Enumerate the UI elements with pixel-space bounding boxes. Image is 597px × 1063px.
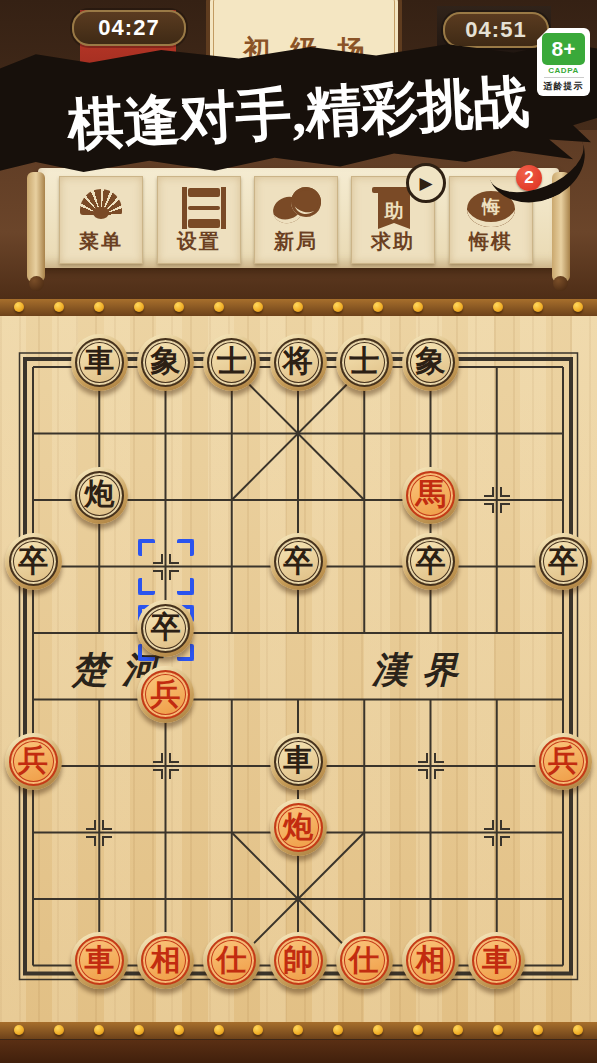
piece-black-elephant[interactable]: 象 <box>137 334 194 391</box>
stud <box>573 302 583 312</box>
piece-red-advisor[interactable]: 仕 <box>336 932 393 989</box>
piece-glyph: 卒 <box>18 546 48 576</box>
scroll-roller-left <box>27 172 45 282</box>
piece-red-elephant[interactable]: 相 <box>402 932 459 989</box>
piece-glyph: 炮 <box>84 479 114 509</box>
settings-button[interactable]: 设置 <box>157 176 241 264</box>
stud <box>253 302 263 312</box>
stone-icon-char: 悔 <box>482 195 500 219</box>
piece-black-king[interactable]: 将 <box>270 334 327 391</box>
piece-black-elephant[interactable]: 象 <box>402 334 459 391</box>
stud <box>533 1025 543 1035</box>
footer-background <box>0 1040 597 1063</box>
stud <box>214 302 224 312</box>
stud <box>413 1025 423 1035</box>
new-game-button-label: 新局 <box>274 228 318 255</box>
point-marker <box>484 820 510 846</box>
stud <box>134 302 144 312</box>
undo-button-label: 悔棋 <box>469 228 513 255</box>
stud <box>174 302 184 312</box>
age-rating-note: 适龄提示 <box>544 77 584 93</box>
stud <box>373 302 383 312</box>
stud <box>54 1025 64 1035</box>
piece-glyph: 仕 <box>349 945 379 975</box>
piece-red-cannon[interactable]: 炮 <box>270 799 327 856</box>
stud <box>174 1025 184 1035</box>
board-area[interactable]: 楚河 漢界 車象士将士象炮馬卒卒卒卒卒兵兵車兵炮車相仕帥仕相車 <box>0 316 597 1022</box>
piece-red-pawn[interactable]: 兵 <box>5 733 62 790</box>
piece-glyph: 卒 <box>548 546 578 576</box>
stud <box>453 1025 463 1035</box>
fan-icon <box>74 185 128 228</box>
red-timer: 04:51 <box>443 12 549 48</box>
last-move-highlight <box>138 539 194 595</box>
piece-glyph: 仕 <box>217 945 247 975</box>
piece-glyph: 車 <box>84 945 114 975</box>
flag-icon-char: 助 <box>385 198 404 224</box>
settings-button-label: 设置 <box>177 228 221 255</box>
piece-black-advisor[interactable]: 士 <box>336 334 393 391</box>
piece-glyph: 象 <box>151 346 181 376</box>
point-marker <box>484 487 510 513</box>
stud <box>253 1025 263 1035</box>
hint-button-label: 求助 <box>371 228 415 255</box>
piece-glyph: 馬 <box>416 479 446 509</box>
piece-glyph: 卒 <box>151 612 181 642</box>
piece-black-advisor[interactable]: 士 <box>203 334 260 391</box>
stud <box>493 302 503 312</box>
piece-red-king[interactable]: 帥 <box>270 932 327 989</box>
stud <box>533 302 543 312</box>
piece-red-chariot[interactable]: 車 <box>71 932 128 989</box>
age-rating-org: CADPA <box>548 66 578 75</box>
bottom-stud-strip <box>0 1022 597 1039</box>
stud <box>14 302 24 312</box>
piece-glyph: 相 <box>151 945 181 975</box>
point-marker <box>153 753 179 779</box>
piece-red-elephant[interactable]: 相 <box>137 932 194 989</box>
age-rating-value: 8+ <box>542 33 585 65</box>
piece-glyph: 車 <box>283 745 313 775</box>
piece-black-chariot[interactable]: 車 <box>270 733 327 790</box>
scroll-icon <box>172 185 226 228</box>
piece-glyph: 卒 <box>416 546 446 576</box>
piece-glyph: 士 <box>349 346 379 376</box>
stud <box>94 1025 104 1035</box>
stud <box>333 1025 343 1035</box>
piece-red-horse[interactable]: 馬 <box>402 467 459 524</box>
piece-glyph: 兵 <box>151 679 181 709</box>
river-label-right: 漢界 <box>372 646 472 695</box>
stud <box>333 302 343 312</box>
stud <box>573 1025 583 1035</box>
piece-glyph: 炮 <box>283 812 313 842</box>
pieces-icon <box>269 185 323 228</box>
piece-glyph: 相 <box>416 945 446 975</box>
piece-glyph: 卒 <box>283 546 313 576</box>
piece-glyph: 士 <box>217 346 247 376</box>
stud <box>493 1025 503 1035</box>
stud <box>413 302 423 312</box>
piece-red-advisor[interactable]: 仕 <box>203 932 260 989</box>
stud <box>14 1025 24 1035</box>
piece-glyph: 象 <box>416 346 446 376</box>
menu-button[interactable]: 菜单 <box>59 176 143 264</box>
piece-glyph: 帥 <box>283 945 313 975</box>
stud <box>293 1025 303 1035</box>
new-game-button[interactable]: 新局 <box>254 176 338 264</box>
piece-black-pawn[interactable]: 卒 <box>137 600 194 657</box>
stud <box>54 302 64 312</box>
piece-glyph: 将 <box>283 346 313 376</box>
stud <box>214 1025 224 1035</box>
piece-glyph: 兵 <box>548 745 578 775</box>
stud <box>134 1025 144 1035</box>
piece-black-pawn[interactable]: 卒 <box>270 533 327 590</box>
piece-black-pawn[interactable]: 卒 <box>535 533 592 590</box>
point-marker <box>418 753 444 779</box>
stud <box>453 302 463 312</box>
piece-black-pawn[interactable]: 卒 <box>402 533 459 590</box>
scroll-knob-left <box>29 276 44 291</box>
piece-glyph: 兵 <box>18 745 48 775</box>
age-rating-badge: 8+ CADPA 适龄提示 <box>537 28 590 96</box>
hint-button[interactable]: ▶ 助 求助 <box>351 176 435 264</box>
stud <box>373 1025 383 1035</box>
piece-red-chariot[interactable]: 車 <box>468 932 525 989</box>
piece-black-pawn[interactable]: 卒 <box>5 533 62 590</box>
menu-button-label: 菜单 <box>79 228 123 255</box>
stud <box>94 302 104 312</box>
stud <box>293 302 303 312</box>
scroll-knob-right <box>553 276 568 291</box>
top-stud-strip <box>0 299 597 316</box>
piece-glyph: 車 <box>482 945 512 975</box>
point-marker <box>86 820 112 846</box>
black-timer: 04:27 <box>72 10 186 46</box>
piece-black-cannon[interactable]: 炮 <box>71 467 128 524</box>
piece-glyph: 車 <box>84 346 114 376</box>
play-ad-badge-icon[interactable]: ▶ <box>406 163 446 203</box>
piece-red-pawn[interactable]: 兵 <box>137 666 194 723</box>
piece-red-pawn[interactable]: 兵 <box>535 733 592 790</box>
piece-black-chariot[interactable]: 車 <box>71 334 128 391</box>
game-screen: 初级场 04:27 04:51 棋逢对手,精彩挑战 8+ CADPA 适龄提示 … <box>0 0 597 1063</box>
